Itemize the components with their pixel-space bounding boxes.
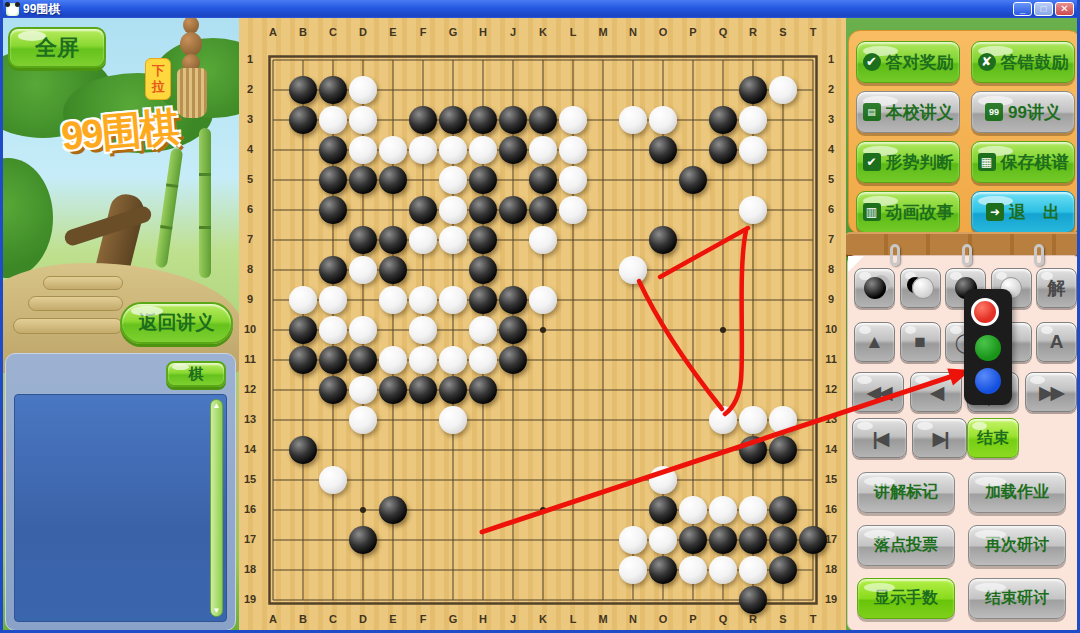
button-7[interactable]: ➜退 出 xyxy=(971,191,1075,233)
col-label-bottom: F xyxy=(413,613,433,627)
black-stone-O4 xyxy=(649,136,677,164)
chess-tab[interactable]: 棋 xyxy=(166,361,226,387)
white-stone-C9 xyxy=(319,286,347,314)
row-label-right: 5 xyxy=(821,173,841,187)
white-stone-D12 xyxy=(349,376,377,404)
black-stone-K6 xyxy=(529,196,557,224)
white-stone-H11 xyxy=(469,346,497,374)
button-落点投票[interactable]: 落点投票 xyxy=(857,525,955,566)
title-bar: 99围棋 _ □ ✕ xyxy=(3,0,1077,18)
row-label-right: 8 xyxy=(821,263,841,277)
white-stone-R3 xyxy=(739,106,767,134)
stone-step xyxy=(13,318,123,334)
white-stone-C10 xyxy=(319,316,347,344)
step-back-button[interactable]: ◀ xyxy=(910,372,962,412)
row-label-right: 1 xyxy=(821,53,841,67)
black-stone-R14 xyxy=(739,436,767,464)
black-stone-H7 xyxy=(469,226,497,254)
col-label-top: A xyxy=(263,26,283,40)
x-circle-icon: ✘ xyxy=(978,53,996,71)
white-stone-F4 xyxy=(409,136,437,164)
black-stone-E8 xyxy=(379,256,407,284)
black-stone-B3 xyxy=(289,106,317,134)
black-stone-H12 xyxy=(469,376,497,404)
white-stone-L5 xyxy=(559,166,587,194)
white-stone-R13 xyxy=(739,406,767,434)
black-stone-R2 xyxy=(739,76,767,104)
row-label-left: 11 xyxy=(240,353,260,367)
col-label-bottom: N xyxy=(623,613,643,627)
white-stone-G5 xyxy=(439,166,467,194)
white-stone-K4 xyxy=(529,136,557,164)
go-to-end-button[interactable]: ▶| xyxy=(912,418,967,458)
stone-step xyxy=(28,296,123,311)
col-label-bottom: Q xyxy=(713,613,733,627)
row-label-right: 11 xyxy=(821,353,841,367)
col-label-bottom: J xyxy=(503,613,523,627)
traffic-light-red[interactable] xyxy=(971,298,999,326)
white-stone-L6 xyxy=(559,196,587,224)
white-stone-R4 xyxy=(739,136,767,164)
white-stone-O3 xyxy=(649,106,677,134)
black-stone-K5 xyxy=(529,166,557,194)
traffic-light-green[interactable] xyxy=(975,335,1001,361)
black-stone-D7 xyxy=(349,226,377,254)
col-label-top: M xyxy=(593,26,613,40)
white-stone-G4 xyxy=(439,136,467,164)
black-stone-tool-glyph xyxy=(864,277,886,299)
white-black-pair-tool-glyph xyxy=(912,277,934,299)
app-logo: 99围棋 xyxy=(59,99,180,164)
button-4[interactable]: ✔形势判断 xyxy=(856,141,960,183)
hanging-tassel-ornament xyxy=(171,18,211,120)
scroll-down-icon[interactable]: ▼ xyxy=(212,606,221,615)
row-label-left: 18 xyxy=(240,563,260,577)
col-label-bottom: S xyxy=(773,613,793,627)
col-label-top: N xyxy=(623,26,643,40)
black-stone-Q17 xyxy=(709,526,737,554)
black-stone-J10 xyxy=(499,316,527,344)
row-label-left: 8 xyxy=(240,263,260,277)
col-label-top: B xyxy=(293,26,313,40)
button-3[interactable]: 9999讲义 xyxy=(971,91,1075,133)
col-label-top: R xyxy=(743,26,763,40)
button-2[interactable]: ▤本校讲义 xyxy=(856,91,960,133)
col-label-top: G xyxy=(443,26,463,40)
button-label: 保存棋谱 xyxy=(1001,151,1069,174)
row-label-right: 10 xyxy=(821,323,841,337)
chess-list-content: ▲ ▼ xyxy=(14,394,227,622)
film-icon: ▥ xyxy=(863,203,881,221)
button-6[interactable]: ▥动画故事 xyxy=(856,191,960,233)
col-label-bottom: H xyxy=(473,613,493,627)
black-stone-H9 xyxy=(469,286,497,314)
letter-mark-tool[interactable]: A xyxy=(1036,322,1077,362)
white-stone-O17 xyxy=(649,526,677,554)
col-label-top: T xyxy=(803,26,823,40)
row-label-left: 2 xyxy=(240,83,260,97)
row-label-left: 4 xyxy=(240,143,260,157)
row-label-right: 6 xyxy=(821,203,841,217)
row-label-left: 16 xyxy=(240,503,260,517)
button-1[interactable]: ✘答错鼓励 xyxy=(971,41,1075,83)
button-label: 答错鼓励 xyxy=(1001,51,1069,74)
black-stone-S14 xyxy=(769,436,797,464)
button-label: 99讲义 xyxy=(1008,101,1061,124)
white-stone-H4 xyxy=(469,136,497,164)
col-label-top: S xyxy=(773,26,793,40)
col-label-bottom: O xyxy=(653,613,673,627)
black-stone-S17 xyxy=(769,526,797,554)
black-stone-O16 xyxy=(649,496,677,524)
pulldown-tag[interactable]: 下 拉 xyxy=(145,58,171,100)
row-label-left: 15 xyxy=(240,473,260,487)
black-stone-F6 xyxy=(409,196,437,224)
white-stone-G6 xyxy=(439,196,467,224)
black-stone-T17 xyxy=(799,526,827,554)
row-label-left: 12 xyxy=(240,383,260,397)
black-stone-G12 xyxy=(439,376,467,404)
row-label-left: 17 xyxy=(240,533,260,547)
button-再次研讨[interactable]: 再次研讨 xyxy=(968,525,1066,566)
col-label-bottom: C xyxy=(323,613,343,627)
black-stone-E5 xyxy=(379,166,407,194)
white-black-pair-tool[interactable] xyxy=(900,268,941,308)
row-label-right: 14 xyxy=(821,443,841,457)
black-stone-E7 xyxy=(379,226,407,254)
button-label: 形势判断 xyxy=(886,151,954,174)
white-stone-D3 xyxy=(349,106,377,134)
scroll-up-icon[interactable]: ▲ xyxy=(212,401,221,410)
white-stone-D10 xyxy=(349,316,377,344)
black-stone-Q4 xyxy=(709,136,737,164)
row-label-right: 16 xyxy=(821,503,841,517)
white-stone-D2 xyxy=(349,76,377,104)
black-stone-H5 xyxy=(469,166,497,194)
black-stone-J3 xyxy=(499,106,527,134)
white-stone-G9 xyxy=(439,286,467,314)
black-stone-H3 xyxy=(469,106,497,134)
solve-button[interactable]: 解 xyxy=(1036,268,1077,308)
col-label-top: K xyxy=(533,26,553,40)
white-stone-D13 xyxy=(349,406,377,434)
metal-hook xyxy=(1034,244,1044,266)
row-label-right: 13 xyxy=(821,413,841,427)
tree-canopy xyxy=(3,158,53,278)
button-label: 本校讲义 xyxy=(886,101,954,124)
go-board[interactable]: AABBCCDDEEFFGGHHJJKKLLMMNNOOPPQQRRSSTT11… xyxy=(239,18,846,633)
traffic-light-blue[interactable] xyxy=(975,368,1001,394)
white-stone-D4 xyxy=(349,136,377,164)
row-label-left: 3 xyxy=(240,113,260,127)
button-5[interactable]: ▦保存棋谱 xyxy=(971,141,1075,183)
white-stone-S2 xyxy=(769,76,797,104)
black-stone-C5 xyxy=(319,166,347,194)
button-0[interactable]: ✔答对奖励 xyxy=(856,41,960,83)
white-stone-C3 xyxy=(319,106,347,134)
black-stone-C6 xyxy=(319,196,347,224)
white-stone-G13 xyxy=(439,406,467,434)
check-circle-icon: ✔ xyxy=(863,53,881,71)
white-stone-H10 xyxy=(469,316,497,344)
col-label-bottom: G xyxy=(443,613,463,627)
col-label-top: F xyxy=(413,26,433,40)
col-label-top: J xyxy=(503,26,523,40)
window-title: 99围棋 xyxy=(23,1,1011,18)
col-label-top: Q xyxy=(713,26,733,40)
go-to-start-button[interactable]: |◀ xyxy=(852,418,907,458)
row-label-right: 4 xyxy=(821,143,841,157)
button-讲解标记[interactable]: 讲解标记 xyxy=(857,472,955,513)
minimize-button[interactable]: _ xyxy=(1013,2,1032,16)
bamboo-pole xyxy=(155,148,184,269)
exit-icon: ➜ xyxy=(986,203,1004,221)
col-label-bottom: D xyxy=(353,613,373,627)
black-stone-E12 xyxy=(379,376,407,404)
white-stone-R6 xyxy=(739,196,767,224)
row-label-left: 5 xyxy=(240,173,260,187)
black-stone-K3 xyxy=(529,106,557,134)
fullscreen-button[interactable]: 全屏 xyxy=(8,27,106,68)
row-label-left: 9 xyxy=(240,293,260,307)
white-stone-B9 xyxy=(289,286,317,314)
black-stone-J4 xyxy=(499,136,527,164)
white-stone-N3 xyxy=(619,106,647,134)
black-stone-O7 xyxy=(649,226,677,254)
row-label-left: 1 xyxy=(240,53,260,67)
row-label-right: 19 xyxy=(821,593,841,607)
col-label-top: O xyxy=(653,26,673,40)
white-stone-L3 xyxy=(559,106,587,134)
lesson-buttons-panel: ✔答对奖励✘答错鼓励▤本校讲义9999讲义✔形势判断▦保存棋谱▥动画故事➜退 出 xyxy=(848,30,1080,234)
white-stone-Q16 xyxy=(709,496,737,524)
white-stone-D8 xyxy=(349,256,377,284)
black-stone-Q3 xyxy=(709,106,737,134)
black-stone-D11 xyxy=(349,346,377,374)
traffic-light[interactable] xyxy=(964,289,1012,405)
row-label-left: 10 xyxy=(240,323,260,337)
col-label-top: C xyxy=(323,26,343,40)
white-stone-Q18 xyxy=(709,556,737,584)
white-stone-F7 xyxy=(409,226,437,254)
col-label-top: D xyxy=(353,26,373,40)
black-stone-R19 xyxy=(739,586,767,614)
back-to-lecture-button[interactable]: 返回讲义 xyxy=(120,302,233,344)
black-stone-P5 xyxy=(679,166,707,194)
right-panel: ✔答对奖励✘答错鼓励▤本校讲义9999讲义✔形势判断▦保存棋谱▥动画故事➜退 出… xyxy=(846,18,1080,633)
row-label-right: 3 xyxy=(821,113,841,127)
white-stone-C15 xyxy=(319,466,347,494)
row-label-left: 6 xyxy=(240,203,260,217)
col-label-top: H xyxy=(473,26,493,40)
black-stone-D17 xyxy=(349,526,377,554)
bamboo-pole xyxy=(199,128,211,278)
row-label-left: 13 xyxy=(240,413,260,427)
button-加载作业[interactable]: 加载作业 xyxy=(968,472,1066,513)
book-99-icon: 99 xyxy=(985,103,1003,121)
white-stone-G7 xyxy=(439,226,467,254)
black-stone-E16 xyxy=(379,496,407,524)
black-stone-H6 xyxy=(469,196,497,224)
row-label-right: 2 xyxy=(821,83,841,97)
row-label-left: 7 xyxy=(240,233,260,247)
black-stone-J9 xyxy=(499,286,527,314)
black-stone-S18 xyxy=(769,556,797,584)
white-stone-F9 xyxy=(409,286,437,314)
bubble-check-icon: ✔ xyxy=(863,153,881,171)
triangle-mark-tool[interactable]: ▲ xyxy=(854,322,895,362)
col-label-bottom: T xyxy=(803,613,823,627)
metal-hook xyxy=(890,244,900,266)
white-stone-S13 xyxy=(769,406,797,434)
black-stone-G3 xyxy=(439,106,467,134)
col-label-bottom: L xyxy=(563,613,583,627)
white-stone-K9 xyxy=(529,286,557,314)
fast-forward-button[interactable]: ▶▶ xyxy=(1025,372,1077,412)
black-stone-B2 xyxy=(289,76,317,104)
metal-hook xyxy=(962,244,972,266)
app-window: 99围棋 _ □ ✕ 99围棋 全屏 下 拉 返回讲义 棋 xyxy=(0,0,1080,633)
col-label-bottom: A xyxy=(263,613,283,627)
black-stone-F12 xyxy=(409,376,437,404)
black-stone-P17 xyxy=(679,526,707,554)
pulldown-char: 拉 xyxy=(152,79,165,95)
row-label-left: 19 xyxy=(240,593,260,607)
close-button[interactable]: ✕ xyxy=(1055,2,1074,16)
maximize-button[interactable]: □ xyxy=(1034,2,1053,16)
app-panda-icon xyxy=(6,3,19,16)
scrollbar[interactable]: ▲ ▼ xyxy=(210,399,223,617)
black-stone-B10 xyxy=(289,316,317,344)
black-stone-R17 xyxy=(739,526,767,554)
white-stone-P16 xyxy=(679,496,707,524)
black-stone-C8 xyxy=(319,256,347,284)
row-label-left: 14 xyxy=(240,443,260,457)
button-结束研讨[interactable]: 结束研讨 xyxy=(968,578,1066,619)
white-stone-G11 xyxy=(439,346,467,374)
pulldown-char: 下 xyxy=(152,63,165,79)
row-label-right: 12 xyxy=(821,383,841,397)
row-label-right: 18 xyxy=(821,563,841,577)
col-label-bottom: R xyxy=(743,613,763,627)
col-label-top: P xyxy=(683,26,703,40)
white-stone-N18 xyxy=(619,556,647,584)
stone-step xyxy=(43,276,123,290)
black-stone-F3 xyxy=(409,106,437,134)
white-stone-K7 xyxy=(529,226,557,254)
button-label: 答对奖励 xyxy=(886,51,954,74)
fast-rewind-button[interactable]: ◀◀ xyxy=(852,372,904,412)
white-stone-R18 xyxy=(739,556,767,584)
white-stone-E4 xyxy=(379,136,407,164)
chess-list-panel: 棋 ▲ ▼ xyxy=(5,353,236,631)
black-stone-S16 xyxy=(769,496,797,524)
book-icon: ▤ xyxy=(863,103,881,121)
black-stone-C11 xyxy=(319,346,347,374)
black-stone-B11 xyxy=(289,346,317,374)
col-label-bottom: M xyxy=(593,613,613,627)
white-stone-Q13 xyxy=(709,406,737,434)
col-label-bottom: K xyxy=(533,613,553,627)
white-stone-N17 xyxy=(619,526,647,554)
black-stone-J11 xyxy=(499,346,527,374)
white-stone-E9 xyxy=(379,286,407,314)
row-label-right: 9 xyxy=(821,293,841,307)
white-stone-R16 xyxy=(739,496,767,524)
white-stone-F10 xyxy=(409,316,437,344)
white-stone-E11 xyxy=(379,346,407,374)
end-button[interactable]: 结束 xyxy=(967,418,1019,458)
black-stone-J6 xyxy=(499,196,527,224)
button-显示手数[interactable]: 显示手数 xyxy=(857,578,955,619)
white-stone-P18 xyxy=(679,556,707,584)
col-label-top: L xyxy=(563,26,583,40)
black-stone-C4 xyxy=(319,136,347,164)
col-label-bottom: P xyxy=(683,613,703,627)
black-stone-D5 xyxy=(349,166,377,194)
col-label-bottom: E xyxy=(383,613,403,627)
white-stone-N8 xyxy=(619,256,647,284)
black-stone-C2 xyxy=(319,76,347,104)
black-stone-C12 xyxy=(319,376,347,404)
black-stone-O18 xyxy=(649,556,677,584)
black-stone-B14 xyxy=(289,436,317,464)
white-stone-L4 xyxy=(559,136,587,164)
button-label: 动画故事 xyxy=(886,201,954,224)
row-label-right: 7 xyxy=(821,233,841,247)
black-stone-tool[interactable] xyxy=(854,268,895,308)
row-label-right: 15 xyxy=(821,473,841,487)
col-label-bottom: B xyxy=(293,613,313,627)
square-mark-tool[interactable]: ■ xyxy=(900,322,941,362)
white-stone-O15 xyxy=(649,466,677,494)
col-label-top: E xyxy=(383,26,403,40)
button-label: 退 出 xyxy=(1009,201,1060,224)
white-stone-F11 xyxy=(409,346,437,374)
left-sidebar: 99围棋 全屏 下 拉 返回讲义 棋 ▲ ▼ xyxy=(3,18,239,633)
black-stone-H8 xyxy=(469,256,497,284)
floppy-icon: ▦ xyxy=(978,153,996,171)
